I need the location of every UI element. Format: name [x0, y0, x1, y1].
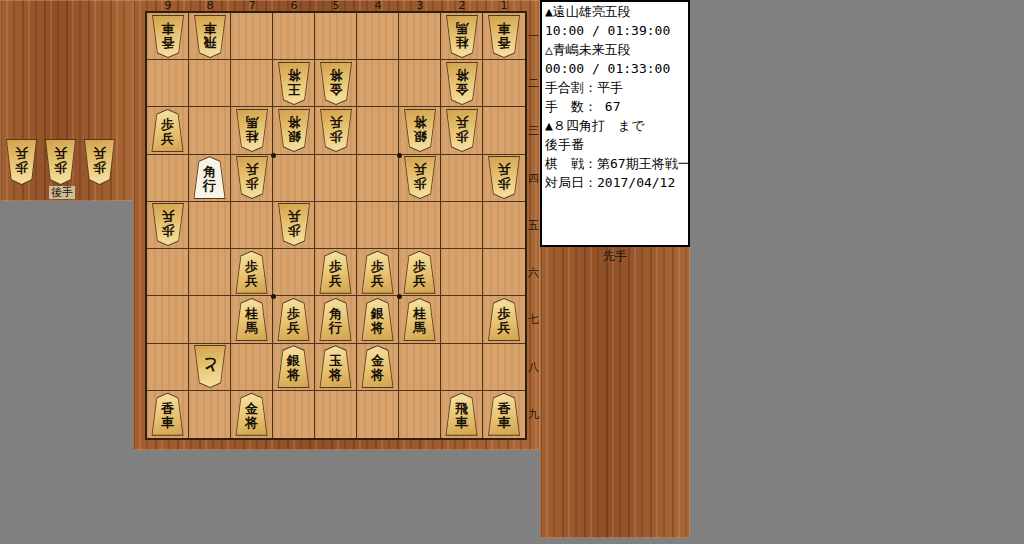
sente-label: 先手: [540, 248, 690, 265]
board-cell-61: [273, 13, 315, 60]
board-cell-76: 歩兵: [231, 249, 273, 296]
piece-kanji: 車: [161, 21, 174, 35]
shogi-piece-gote-銀将[interactable]: 銀将: [277, 109, 311, 152]
piece-face: 金将: [362, 346, 394, 387]
info-gote-time: 00:00 / 01:33:00: [542, 59, 688, 78]
board-cell-81: 飛車: [189, 13, 231, 60]
piece-kanji: 兵: [287, 321, 300, 335]
piece-kanji: 桂: [245, 129, 258, 143]
board-cell-15: [483, 202, 525, 249]
board-cell-43: [357, 107, 399, 154]
piece-face: 銀将: [404, 110, 436, 151]
piece-kanji: 兵: [498, 321, 511, 335]
piece-kanji: 馬: [455, 21, 468, 35]
piece-kanji: 兵: [371, 274, 384, 288]
shogi-piece-gote-歩兵[interactable]: 歩兵: [151, 203, 185, 246]
board-cell-36: 歩兵: [399, 249, 441, 296]
board-cell-74: 歩兵: [231, 155, 273, 202]
piece-face: 歩兵: [152, 110, 184, 151]
shogi-piece-sente-歩兵[interactable]: 歩兵: [487, 298, 521, 341]
board-cell-54: [315, 155, 357, 202]
piece-kanji: 銀: [287, 129, 300, 143]
shogi-piece-sente-香車[interactable]: 香車: [487, 393, 521, 436]
piece-kanji: 歩: [329, 129, 342, 143]
rank-label-3: 三: [527, 107, 540, 154]
piece-face: 香車: [488, 394, 520, 435]
shogi-piece-gote-金将[interactable]: 金将: [319, 62, 353, 105]
board-cell-17: 歩兵: [483, 296, 525, 343]
piece-face: 香車: [152, 394, 184, 435]
board-cell-97: [147, 296, 189, 343]
piece-kanji: 歩: [161, 118, 174, 132]
info-handicap: 手合割：平手: [542, 78, 688, 97]
board-cell-19: 香車: [483, 391, 525, 438]
piece-kanji: 歩: [371, 260, 384, 274]
piece-face: 歩兵: [6, 140, 37, 184]
piece-kanji: 兵: [329, 115, 342, 129]
board-cell-59: [315, 391, 357, 438]
piece-kanji: 兵: [329, 274, 342, 288]
piece-face: 角行: [320, 299, 352, 340]
gote-hand-panel: 歩兵歩兵歩兵 後手: [0, 0, 133, 201]
gote-label: 後手: [49, 186, 75, 199]
piece-kanji: 歩: [245, 176, 258, 190]
board-cell-41: [357, 13, 399, 60]
piece-kanji: 馬: [245, 115, 258, 129]
board-cell-99: 香車: [147, 391, 189, 438]
rank-label-8: 八: [527, 344, 540, 391]
piece-kanji: 兵: [413, 274, 426, 288]
info-sente-time: 10:00 / 01:39:00: [542, 21, 688, 40]
piece-kanji: 車: [498, 416, 511, 430]
piece-face: 金将: [236, 394, 268, 435]
shogi-piece-gote-歩兵[interactable]: 歩兵: [5, 139, 38, 185]
board-cell-85: [189, 202, 231, 249]
board-cell-38: [399, 344, 441, 391]
board-cell-13: [483, 107, 525, 154]
piece-kanji: 金: [329, 82, 342, 96]
board-cell-39: [399, 391, 441, 438]
rank-label-6: 六: [527, 249, 540, 296]
shogi-piece-sente-桂馬[interactable]: 桂馬: [235, 298, 269, 341]
shogi-piece-gote-桂馬[interactable]: 桂馬: [445, 15, 479, 58]
piece-face: 桂馬: [236, 110, 268, 151]
board-cell-57: 角行: [315, 296, 357, 343]
piece-kanji: 歩: [498, 176, 511, 190]
info-side-to-move: 後手番: [542, 135, 688, 154]
shogi-piece-gote-歩兵[interactable]: 歩兵: [277, 203, 311, 246]
piece-kanji: 歩: [287, 223, 300, 237]
piece-face: 歩兵: [278, 204, 310, 245]
shogi-piece-gote-歩兵[interactable]: 歩兵: [319, 109, 353, 152]
piece-face: 桂馬: [404, 299, 436, 340]
piece-kanji: 香: [498, 35, 511, 49]
board-cell-48: 金将: [357, 344, 399, 391]
board-cell-87: [189, 296, 231, 343]
piece-kanji: 兵: [15, 147, 28, 161]
piece-kanji: 車: [161, 416, 174, 430]
hoshi-dot: [397, 153, 402, 158]
board-cell-44: [357, 155, 399, 202]
board-cell-89: [189, 391, 231, 438]
board-cell-21: 桂馬: [441, 13, 483, 60]
piece-kanji: 車: [203, 21, 216, 35]
board-cell-34: 歩兵: [399, 155, 441, 202]
piece-face: 歩兵: [404, 252, 436, 293]
rank-label-2: 二: [527, 60, 540, 107]
board-cell-35: [399, 202, 441, 249]
piece-kanji: 歩: [161, 223, 174, 237]
shogi-piece-gote-王将[interactable]: 王将: [277, 62, 311, 105]
piece-face: 歩兵: [45, 140, 76, 184]
board-cell-92: [147, 60, 189, 107]
piece-kanji: 香: [498, 402, 511, 416]
board-cell-24: [441, 155, 483, 202]
piece-face: 歩兵: [362, 252, 394, 293]
board-cell-31: [399, 13, 441, 60]
shogi-piece-sente-歩兵[interactable]: 歩兵: [361, 251, 395, 294]
board-cell-91: 香車: [147, 13, 189, 60]
piece-face: 桂馬: [446, 16, 478, 57]
shogi-piece-sente-金将[interactable]: 金将: [235, 393, 269, 436]
board-cell-26: [441, 249, 483, 296]
piece-kanji: 兵: [413, 162, 426, 176]
board-cell-58: 玉将: [315, 344, 357, 391]
piece-kanji: 兵: [161, 132, 174, 146]
shogi-piece-sente-歩兵[interactable]: 歩兵: [319, 251, 353, 294]
board-cell-66: [273, 249, 315, 296]
board-cell-84: 角行: [189, 155, 231, 202]
piece-kanji: 行: [329, 321, 342, 335]
piece-kanji: 歩: [54, 161, 67, 175]
board-cell-77: 桂馬: [231, 296, 273, 343]
board-cell-29: 飛車: [441, 391, 483, 438]
shogi-piece-gote-歩兵[interactable]: 歩兵: [235, 156, 269, 199]
piece-kanji: 将: [287, 68, 300, 82]
piece-kanji: 車: [498, 21, 511, 35]
piece-face: 香車: [152, 16, 184, 57]
piece-kanji: 金: [245, 402, 258, 416]
piece-face: 歩兵: [84, 140, 115, 184]
board-cell-52: 金将: [315, 60, 357, 107]
piece-face: 飛車: [194, 16, 226, 57]
piece-kanji: 歩: [245, 260, 258, 274]
piece-kanji: 歩: [498, 307, 511, 321]
piece-kanji: 車: [455, 416, 468, 430]
piece-face: 角行: [194, 157, 226, 198]
piece-kanji: 歩: [287, 307, 300, 321]
board-cell-33: 銀将: [399, 107, 441, 154]
hoshi-dot: [271, 294, 276, 299]
shogi-board: 香車飛車桂馬香車王将金将金将歩兵桂馬銀将歩兵銀将歩兵角行歩兵歩兵歩兵歩兵歩兵歩兵…: [145, 11, 527, 440]
shogi-piece-gote-歩兵[interactable]: 歩兵: [403, 156, 437, 199]
rank-label-7: 七: [527, 296, 540, 343]
piece-face: 歩兵: [488, 299, 520, 340]
piece-face: と: [194, 346, 226, 387]
piece-face: 銀将: [278, 110, 310, 151]
piece-kanji: 馬: [413, 321, 426, 335]
shogi-piece-gote-銀将[interactable]: 銀将: [403, 109, 437, 152]
piece-kanji: 兵: [455, 115, 468, 129]
piece-face: 桂馬: [236, 299, 268, 340]
piece-kanji: 銀: [413, 129, 426, 143]
board-cell-22: 金将: [441, 60, 483, 107]
info-last-move: ▲８四角打 まで: [542, 116, 688, 135]
board-cell-65: 歩兵: [273, 202, 315, 249]
shogi-piece-sente-飛車[interactable]: 飛車: [445, 393, 479, 436]
piece-kanji: 将: [287, 115, 300, 129]
board-cell-64: [273, 155, 315, 202]
board-cell-71: [231, 13, 273, 60]
piece-face: 飛車: [446, 394, 478, 435]
piece-face: 歩兵: [152, 204, 184, 245]
board-cell-45: [357, 202, 399, 249]
piece-kanji: 金: [455, 82, 468, 96]
piece-kanji: 兵: [161, 209, 174, 223]
piece-kanji: 桂: [413, 307, 426, 321]
board-cell-46: 歩兵: [357, 249, 399, 296]
board-cell-78: [231, 344, 273, 391]
piece-face: 歩兵: [320, 252, 352, 293]
piece-face: 王将: [278, 63, 310, 104]
piece-kanji: 将: [287, 368, 300, 382]
piece-kanji: 将: [455, 68, 468, 82]
board-cell-93: 歩兵: [147, 107, 189, 154]
piece-kanji: 歩: [329, 260, 342, 274]
piece-face: 歩兵: [446, 110, 478, 151]
board-cell-25: [441, 202, 483, 249]
piece-kanji: 角: [329, 307, 342, 321]
board-cell-56: 歩兵: [315, 249, 357, 296]
board-cell-83: [189, 107, 231, 154]
info-move-count: 手 数： 67: [542, 97, 688, 116]
piece-kanji: 将: [371, 368, 384, 382]
shogi-piece-gote-香車[interactable]: 香車: [151, 15, 185, 58]
board-cell-51: [315, 13, 357, 60]
board-cell-32: [399, 60, 441, 107]
piece-face: 銀将: [278, 346, 310, 387]
shogi-piece-sente-歩兵[interactable]: 歩兵: [151, 109, 185, 152]
shogi-piece-sente-銀将[interactable]: 銀将: [361, 298, 395, 341]
shogi-piece-gote-歩兵[interactable]: 歩兵: [83, 139, 116, 185]
board-cell-62: 王将: [273, 60, 315, 107]
piece-kanji: 銀: [371, 307, 384, 321]
piece-kanji: 兵: [93, 147, 106, 161]
board-cell-98: [147, 344, 189, 391]
info-sente-player: ▲遠山雄亮五段: [542, 2, 688, 21]
gote-hand-tray: 歩兵歩兵歩兵: [5, 139, 116, 185]
shogi-piece-sente-角行[interactable]: 角行: [319, 298, 353, 341]
board-cell-82: [189, 60, 231, 107]
piece-kanji: 将: [371, 321, 384, 335]
board-cell-88: と: [189, 344, 231, 391]
piece-kanji: 桂: [245, 307, 258, 321]
game-info-panel: ▲遠山雄亮五段 10:00 / 01:39:00 △青嶋未来五段 00:00 /…: [540, 0, 690, 247]
piece-kanji: 歩: [93, 161, 106, 175]
board-cell-14: 歩兵: [483, 155, 525, 202]
shogi-piece-gote-歩兵[interactable]: 歩兵: [44, 139, 77, 185]
board-cell-63: 銀将: [273, 107, 315, 154]
piece-kanji: 玉: [329, 354, 342, 368]
rank-label-5: 五: [527, 202, 540, 249]
piece-kanji: 兵: [245, 274, 258, 288]
board-cell-69: [273, 391, 315, 438]
board-cell-95: 歩兵: [147, 202, 189, 249]
shogi-piece-sente-歩兵[interactable]: 歩兵: [235, 251, 269, 294]
shogi-piece-gote-香車[interactable]: 香車: [487, 15, 521, 58]
piece-kanji: 王: [287, 82, 300, 96]
shogi-piece-sente-角行[interactable]: 角行: [193, 156, 227, 199]
board-cell-79: 金将: [231, 391, 273, 438]
piece-face: 歩兵: [236, 157, 268, 198]
shogi-piece-gote-歩兵[interactable]: 歩兵: [445, 109, 479, 152]
rank-label-4: 四: [527, 155, 540, 202]
rank-label-1: 一: [527, 13, 540, 60]
piece-kanji: 馬: [245, 321, 258, 335]
piece-kanji: 桂: [455, 35, 468, 49]
piece-face: 歩兵: [488, 157, 520, 198]
piece-face: 歩兵: [278, 299, 310, 340]
piece-kanji: 将: [329, 368, 342, 382]
piece-kanji: 行: [203, 179, 216, 193]
board-cell-47: 銀将: [357, 296, 399, 343]
board-cell-68: 銀将: [273, 344, 315, 391]
piece-face: 金将: [320, 63, 352, 104]
piece-face: 歩兵: [320, 110, 352, 151]
board-cell-73: 桂馬: [231, 107, 273, 154]
piece-kanji: 兵: [245, 162, 258, 176]
piece-kanji: 歩: [15, 161, 28, 175]
piece-kanji: 歩: [455, 129, 468, 143]
shogi-piece-sente-金将[interactable]: 金将: [361, 345, 395, 388]
piece-kanji: 飛: [455, 402, 468, 416]
piece-kanji: 銀: [287, 354, 300, 368]
piece-face: 銀将: [362, 299, 394, 340]
board-cell-67: 歩兵: [273, 296, 315, 343]
shogi-piece-sente-桂馬[interactable]: 桂馬: [403, 298, 437, 341]
shogi-piece-gote-金将[interactable]: 金将: [445, 62, 479, 105]
shogi-piece-sente-歩兵[interactable]: 歩兵: [277, 298, 311, 341]
board-cell-18: [483, 344, 525, 391]
board-cell-42: [357, 60, 399, 107]
hoshi-dot: [397, 294, 402, 299]
board-cell-86: [189, 249, 231, 296]
shogi-piece-gote-歩兵[interactable]: 歩兵: [487, 156, 521, 199]
piece-face: 香車: [488, 16, 520, 57]
piece-kanji: 角: [203, 165, 216, 179]
piece-face: 玉将: [320, 346, 352, 387]
piece-kanji: 将: [245, 416, 258, 430]
shogi-piece-gote-飛車[interactable]: 飛車: [193, 15, 227, 58]
board-cell-28: [441, 344, 483, 391]
shogi-piece-gote-桂馬[interactable]: 桂馬: [235, 109, 269, 152]
shogi-piece-sente-香車[interactable]: 香車: [151, 393, 185, 436]
board-cell-49: [357, 391, 399, 438]
info-game-date: 対局日：2017/04/12: [542, 173, 688, 192]
hoshi-dot: [271, 153, 276, 158]
piece-kanji: 将: [413, 115, 426, 129]
shogi-piece-sente-歩兵[interactable]: 歩兵: [403, 251, 437, 294]
piece-kanji: 将: [329, 68, 342, 82]
piece-face: 歩兵: [236, 252, 268, 293]
board-area: 987654321 香車飛車桂馬香車王将金将金将歩兵桂馬銀将歩兵銀将歩兵角行歩兵…: [133, 0, 540, 450]
piece-kanji: 金: [371, 354, 384, 368]
piece-kanji: 香: [161, 402, 174, 416]
piece-kanji: 兵: [287, 209, 300, 223]
rank-label-9: 九: [527, 391, 540, 438]
shogi-piece-sente-玉将[interactable]: 玉将: [319, 345, 353, 388]
board-cell-96: [147, 249, 189, 296]
shogi-piece-gote-と[interactable]: と: [193, 345, 227, 388]
shogi-piece-sente-銀将[interactable]: 銀将: [277, 345, 311, 388]
board-cell-27: [441, 296, 483, 343]
info-tournament: 棋 戦：第67期王将戦一次: [542, 154, 688, 173]
board-cell-75: [231, 202, 273, 249]
piece-kanji: 兵: [498, 162, 511, 176]
piece-kanji: 歩: [413, 260, 426, 274]
piece-kanji: 歩: [413, 176, 426, 190]
piece-face: 金将: [446, 63, 478, 104]
board-cell-72: [231, 60, 273, 107]
piece-kanji: と: [201, 356, 217, 374]
board-cell-55: [315, 202, 357, 249]
board-cell-23: 歩兵: [441, 107, 483, 154]
info-gote-player: △青嶋未来五段: [542, 40, 688, 59]
board-cell-16: [483, 249, 525, 296]
shogi-app-screen: 歩兵歩兵歩兵 後手 987654321 香車飛車桂馬香車王将金将金将歩兵桂馬銀将…: [0, 0, 1024, 544]
board-cell-37: 桂馬: [399, 296, 441, 343]
piece-kanji: 兵: [54, 147, 67, 161]
piece-kanji: 香: [161, 35, 174, 49]
piece-face: 歩兵: [404, 157, 436, 198]
piece-kanji: 飛: [203, 35, 216, 49]
board-cell-11: 香車: [483, 13, 525, 60]
board-cell-53: 歩兵: [315, 107, 357, 154]
board-cell-94: [147, 155, 189, 202]
board-cell-12: [483, 60, 525, 107]
